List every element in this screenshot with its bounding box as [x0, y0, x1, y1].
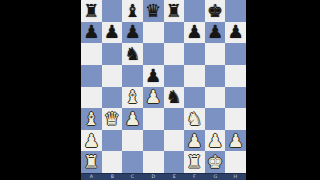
file-label-h: H	[227, 174, 244, 179]
black-pawn-g7: ♟	[207, 23, 223, 41]
black-pawn-f7: ♟	[186, 23, 202, 41]
square-g8[interactable]: ♚	[205, 0, 226, 22]
square-d6[interactable]	[143, 43, 164, 65]
square-c1[interactable]	[122, 151, 143, 173]
white-pawn-d4: ♟	[145, 88, 161, 106]
square-f2[interactable]: ♟	[184, 130, 205, 152]
square-a7[interactable]: ♟	[81, 22, 102, 44]
square-d1[interactable]	[143, 151, 164, 173]
square-d4[interactable]: ♟	[143, 87, 164, 109]
square-c7[interactable]: ♟	[122, 22, 143, 44]
square-a5[interactable]	[81, 65, 102, 87]
black-pawn-c7: ♟	[124, 23, 140, 41]
file-label-g: G	[207, 174, 224, 179]
square-b8[interactable]	[102, 0, 123, 22]
black-pawn-d5: ♟	[145, 66, 161, 84]
square-h1[interactable]	[225, 151, 246, 173]
white-knight-f3: ♞	[186, 109, 202, 127]
file-label-b: B	[104, 174, 121, 179]
white-queen-b3: ♛	[104, 109, 120, 127]
square-e3[interactable]	[164, 108, 185, 130]
file-labels-bar: ABCDEFGH	[81, 173, 246, 180]
white-bishop-a3: ♝	[83, 109, 99, 127]
square-c8[interactable]: ♝	[122, 0, 143, 22]
square-h3[interactable]	[225, 108, 246, 130]
square-c2[interactable]	[122, 130, 143, 152]
file-label-e: E	[166, 174, 183, 179]
square-a2[interactable]: ♟	[81, 130, 102, 152]
black-pawn-b7: ♟	[104, 23, 120, 41]
white-pawn-c3: ♟	[124, 109, 140, 127]
video-frame: ♜♝♛♜♚♟♟♟♟♟♟♞♟♝♟♞♝♛♟♞♟♟♟♟♜♜♚ ABCDEFGH	[0, 0, 320, 180]
square-g3[interactable]	[205, 108, 226, 130]
square-b7[interactable]: ♟	[102, 22, 123, 44]
black-rook-e8: ♜	[166, 1, 182, 19]
square-f7[interactable]: ♟	[184, 22, 205, 44]
black-knight-e4: ♞	[166, 88, 182, 106]
square-a3[interactable]: ♝	[81, 108, 102, 130]
square-g2[interactable]: ♟	[205, 130, 226, 152]
square-f1[interactable]: ♜	[184, 151, 205, 173]
file-label-d: D	[145, 174, 162, 179]
square-f6[interactable]	[184, 43, 205, 65]
square-a8[interactable]: ♜	[81, 0, 102, 22]
square-e6[interactable]	[164, 43, 185, 65]
square-b1[interactable]	[102, 151, 123, 173]
square-e1[interactable]	[164, 151, 185, 173]
square-a1[interactable]: ♜	[81, 151, 102, 173]
file-label-f: F	[186, 174, 203, 179]
square-g4[interactable]	[205, 87, 226, 109]
square-d5[interactable]: ♟	[143, 65, 164, 87]
square-e4[interactable]: ♞	[164, 87, 185, 109]
white-bishop-c4: ♝	[124, 88, 140, 106]
square-c4[interactable]: ♝	[122, 87, 143, 109]
square-g5[interactable]	[205, 65, 226, 87]
square-c6[interactable]: ♞	[122, 43, 143, 65]
square-e7[interactable]	[164, 22, 185, 44]
letterbox-left	[0, 0, 81, 180]
white-pawn-a2: ♟	[83, 131, 99, 149]
chess-board: ♜♝♛♜♚♟♟♟♟♟♟♞♟♝♟♞♝♛♟♞♟♟♟♟♜♜♚	[81, 0, 246, 173]
square-d3[interactable]	[143, 108, 164, 130]
square-g1[interactable]: ♚	[205, 151, 226, 173]
square-c3[interactable]: ♟	[122, 108, 143, 130]
letterbox-right	[246, 0, 320, 180]
square-f4[interactable]	[184, 87, 205, 109]
square-d8[interactable]: ♛	[143, 0, 164, 22]
black-queen-d8: ♛	[145, 1, 161, 19]
square-f5[interactable]	[184, 65, 205, 87]
square-b4[interactable]	[102, 87, 123, 109]
black-pawn-h7: ♟	[228, 23, 244, 41]
square-d7[interactable]	[143, 22, 164, 44]
white-rook-f1: ♜	[186, 153, 202, 171]
square-c5[interactable]	[122, 65, 143, 87]
square-g7[interactable]: ♟	[205, 22, 226, 44]
black-bishop-c8: ♝	[124, 1, 140, 19]
white-rook-a1: ♜	[83, 153, 99, 171]
square-h5[interactable]	[225, 65, 246, 87]
square-h7[interactable]: ♟	[225, 22, 246, 44]
black-rook-a8: ♜	[83, 1, 99, 19]
square-h4[interactable]	[225, 87, 246, 109]
black-knight-c6: ♞	[124, 45, 140, 63]
square-e5[interactable]	[164, 65, 185, 87]
square-b2[interactable]	[102, 130, 123, 152]
square-e8[interactable]: ♜	[164, 0, 185, 22]
chess-board-panel: ♜♝♛♜♚♟♟♟♟♟♟♞♟♝♟♞♝♛♟♞♟♟♟♟♜♜♚ ABCDEFGH	[81, 0, 246, 180]
square-b6[interactable]	[102, 43, 123, 65]
white-pawn-g2: ♟	[207, 131, 223, 149]
square-h8[interactable]	[225, 0, 246, 22]
white-pawn-f2: ♟	[186, 131, 202, 149]
square-a4[interactable]	[81, 87, 102, 109]
square-b5[interactable]	[102, 65, 123, 87]
white-king-g1: ♚	[207, 153, 223, 171]
square-d2[interactable]	[143, 130, 164, 152]
file-label-a: A	[83, 174, 100, 179]
square-b3[interactable]: ♛	[102, 108, 123, 130]
file-label-c: C	[124, 174, 141, 179]
square-e2[interactable]	[164, 130, 185, 152]
black-king-g8: ♚	[207, 1, 223, 19]
square-f8[interactable]	[184, 0, 205, 22]
square-h2[interactable]: ♟	[225, 130, 246, 152]
white-pawn-h2: ♟	[228, 131, 244, 149]
square-a6[interactable]	[81, 43, 102, 65]
square-g6[interactable]	[205, 43, 226, 65]
square-h6[interactable]	[225, 43, 246, 65]
black-pawn-a7: ♟	[83, 23, 99, 41]
square-f3[interactable]: ♞	[184, 108, 205, 130]
